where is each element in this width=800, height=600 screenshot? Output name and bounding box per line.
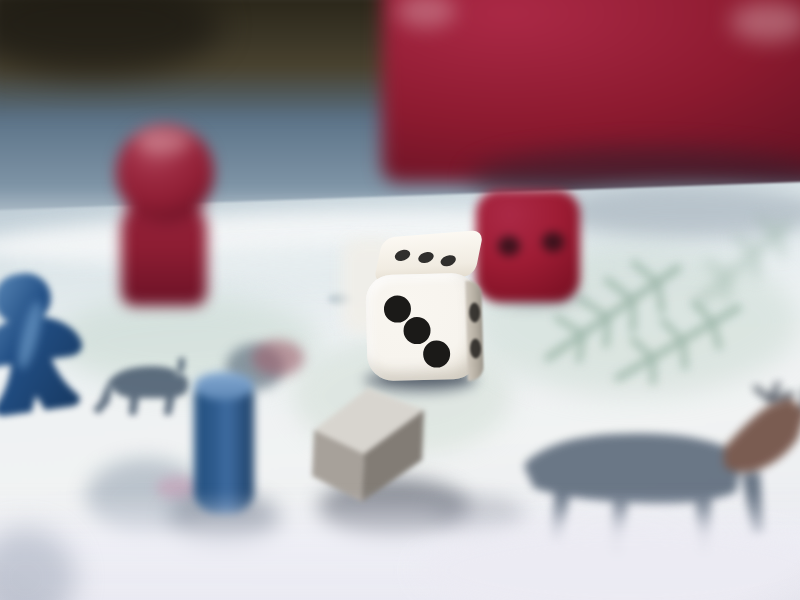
die-pip — [469, 302, 481, 322]
red-pawn-highlight — [136, 128, 192, 154]
die-pip — [384, 295, 412, 323]
tabletop-photo-scene — [0, 0, 800, 600]
white-die-in-focus — [356, 226, 486, 393]
red-pawn-piece — [108, 124, 220, 306]
die-pip — [423, 340, 451, 368]
white-die-front-face — [365, 273, 480, 382]
die-pip — [439, 255, 456, 267]
blue-meeple-piece — [0, 256, 100, 428]
die-pip — [470, 338, 482, 358]
gray-cube-piece — [306, 384, 430, 504]
white-die-right-face — [465, 280, 484, 380]
red-die-front-pips — [484, 224, 572, 294]
board-art-figure-red-tint — [252, 340, 304, 376]
board-art-cattle-silhouette — [88, 348, 198, 432]
die-pip — [394, 249, 411, 261]
box-light-glint — [730, 2, 800, 42]
board-art-pine-branch-small — [688, 203, 800, 318]
die-pip — [417, 251, 434, 263]
blue-cylinder-top — [194, 372, 254, 400]
red-die — [476, 190, 580, 302]
die-pip — [403, 317, 431, 345]
die-pip — [542, 232, 564, 252]
die-pip — [498, 236, 520, 256]
